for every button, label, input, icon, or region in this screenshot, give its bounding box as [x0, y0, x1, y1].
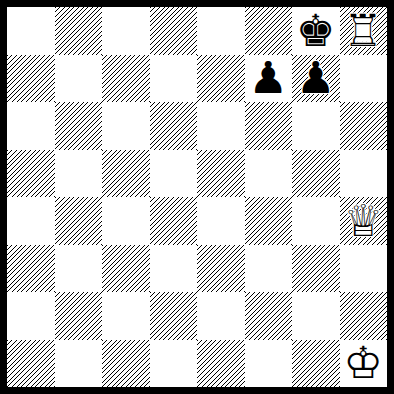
square-f8[interactable]: [245, 7, 293, 55]
piece-white-king-h1[interactable]: ♔: [340, 340, 388, 388]
white-rook-halo: ♜: [340, 7, 388, 55]
square-f6[interactable]: [245, 102, 293, 150]
square-f3[interactable]: [245, 245, 293, 293]
square-f4[interactable]: [245, 197, 293, 245]
square-g6[interactable]: [292, 102, 340, 150]
square-b6[interactable]: [55, 102, 103, 150]
square-c8[interactable]: [102, 7, 150, 55]
piece-black-pawn-f7[interactable]: ♟: [245, 55, 293, 103]
square-d7[interactable]: [150, 55, 198, 103]
square-g8[interactable]: ♚♚: [292, 7, 340, 55]
square-d2[interactable]: [150, 292, 198, 340]
square-b5[interactable]: [55, 150, 103, 198]
square-f5[interactable]: [245, 150, 293, 198]
white-queen-halo: ♛: [340, 197, 388, 245]
square-c1[interactable]: [102, 340, 150, 388]
square-e2[interactable]: [197, 292, 245, 340]
square-a4[interactable]: [7, 197, 55, 245]
square-d8[interactable]: [150, 7, 198, 55]
square-c2[interactable]: [102, 292, 150, 340]
square-a2[interactable]: [7, 292, 55, 340]
square-c4[interactable]: [102, 197, 150, 245]
square-d1[interactable]: [150, 340, 198, 388]
square-d6[interactable]: [150, 102, 198, 150]
square-g2[interactable]: [292, 292, 340, 340]
square-b7[interactable]: [55, 55, 103, 103]
square-g7[interactable]: ♟♟: [292, 55, 340, 103]
piece-black-king-g8[interactable]: ♚: [292, 7, 340, 55]
square-b3[interactable]: [55, 245, 103, 293]
chess-diagram: ♚♚♜♖♟♟♟♟♛♕♚♔: [0, 0, 394, 394]
square-e8[interactable]: [197, 7, 245, 55]
square-a6[interactable]: [7, 102, 55, 150]
square-h4[interactable]: ♛♕: [340, 197, 388, 245]
square-b8[interactable]: [55, 7, 103, 55]
square-a1[interactable]: [7, 340, 55, 388]
white-king-halo: ♚: [340, 340, 388, 388]
square-g3[interactable]: [292, 245, 340, 293]
square-c6[interactable]: [102, 102, 150, 150]
piece-white-queen-h4[interactable]: ♕: [340, 197, 388, 245]
square-b1[interactable]: [55, 340, 103, 388]
square-h7[interactable]: [340, 55, 388, 103]
square-c7[interactable]: [102, 55, 150, 103]
square-g4[interactable]: [292, 197, 340, 245]
square-h1[interactable]: ♚♔: [340, 340, 388, 388]
square-f7[interactable]: ♟♟: [245, 55, 293, 103]
square-e3[interactable]: [197, 245, 245, 293]
square-b2[interactable]: [55, 292, 103, 340]
square-e5[interactable]: [197, 150, 245, 198]
square-a7[interactable]: [7, 55, 55, 103]
square-e4[interactable]: [197, 197, 245, 245]
square-g5[interactable]: [292, 150, 340, 198]
square-d5[interactable]: [150, 150, 198, 198]
square-e7[interactable]: [197, 55, 245, 103]
piece-white-rook-h8[interactable]: ♖: [340, 7, 388, 55]
square-a3[interactable]: [7, 245, 55, 293]
square-b4[interactable]: [55, 197, 103, 245]
square-h5[interactable]: [340, 150, 388, 198]
square-f2[interactable]: [245, 292, 293, 340]
black-king-halo: ♚: [292, 7, 340, 55]
piece-black-pawn-g7[interactable]: ♟: [292, 55, 340, 103]
square-c3[interactable]: [102, 245, 150, 293]
square-a5[interactable]: [7, 150, 55, 198]
square-h3[interactable]: [340, 245, 388, 293]
square-c5[interactable]: [102, 150, 150, 198]
chess-board: ♚♚♜♖♟♟♟♟♛♕♚♔: [0, 0, 394, 394]
square-d3[interactable]: [150, 245, 198, 293]
square-d4[interactable]: [150, 197, 198, 245]
square-f1[interactable]: [245, 340, 293, 388]
black-pawn-halo: ♟: [292, 55, 340, 103]
square-h8[interactable]: ♜♖: [340, 7, 388, 55]
black-pawn-halo: ♟: [245, 55, 293, 103]
square-e6[interactable]: [197, 102, 245, 150]
square-h6[interactable]: [340, 102, 388, 150]
square-h2[interactable]: [340, 292, 388, 340]
square-a8[interactable]: [7, 7, 55, 55]
square-e1[interactable]: [197, 340, 245, 388]
square-g1[interactable]: [292, 340, 340, 388]
